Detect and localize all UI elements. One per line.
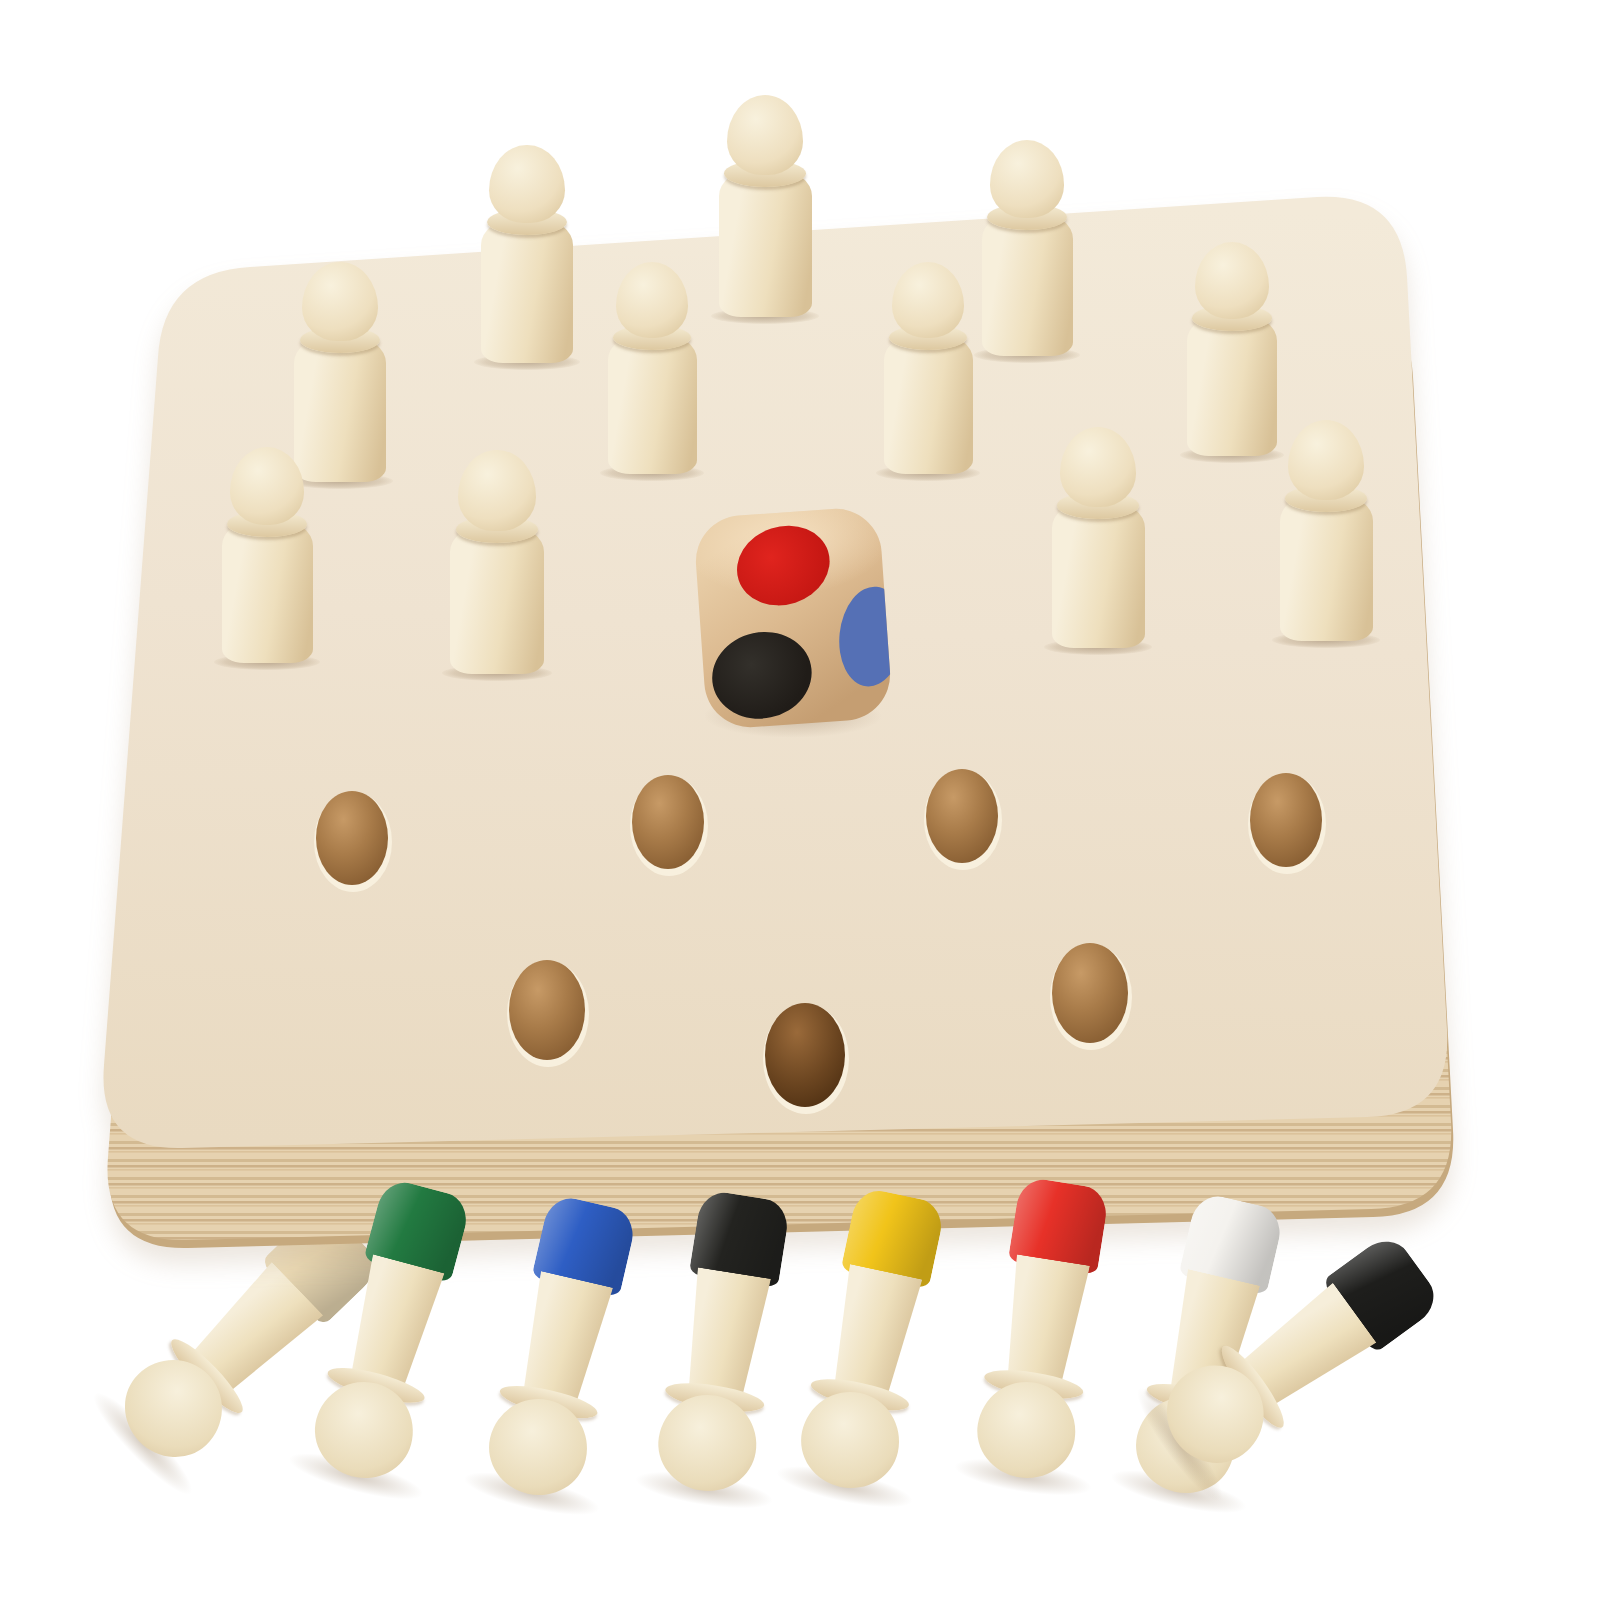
product-photo-scene [0,0,1600,1600]
board-hole [765,1003,845,1107]
board-hole [1052,943,1128,1043]
standing-peg-K [1280,420,1373,641]
standing-peg-J [1052,427,1145,648]
peg-head [302,262,377,341]
peg-head [1060,427,1136,507]
standing-peg-F [884,262,973,474]
peg-body [982,213,1073,356]
board-hole [632,775,704,869]
peg-head [727,95,803,175]
peg-body [1052,502,1145,648]
color-die [693,506,893,730]
peg-body [481,219,573,363]
peg-body [608,334,697,474]
standing-peg-E [608,262,697,474]
peg-body [993,1254,1095,1388]
peg-head [990,140,1065,218]
peg-body [222,520,313,663]
peg-body [884,334,973,474]
standing-peg-G [1187,242,1277,456]
peg-body [674,1267,776,1401]
peg-head [1195,242,1269,319]
standing-peg-C [982,140,1073,356]
peg-head [892,262,965,338]
peg-head [489,145,564,223]
peg-head [458,450,535,531]
peg-body [719,170,812,317]
peg-body [1187,315,1277,456]
board-hole [926,769,998,863]
die-black-dot-front-face [704,623,820,728]
standing-peg-H [222,447,313,663]
standing-peg-B [481,145,573,363]
standing-peg-I [450,450,544,674]
peg-head [230,447,305,525]
peg-head [1288,420,1364,500]
peg-head [616,262,689,338]
peg-body [1280,495,1373,641]
die-blue-dot-right-face [834,583,893,689]
peg-body [450,526,544,674]
board-hole [316,791,388,885]
board-hole [509,960,585,1060]
standing-peg-A [719,95,812,317]
board-hole [1250,773,1322,867]
